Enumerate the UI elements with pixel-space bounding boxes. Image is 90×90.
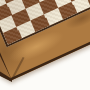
board-frame xyxy=(0,0,90,81)
playing-field xyxy=(0,0,90,47)
chessboard-product-photo xyxy=(0,0,90,90)
chessboard xyxy=(0,0,90,90)
